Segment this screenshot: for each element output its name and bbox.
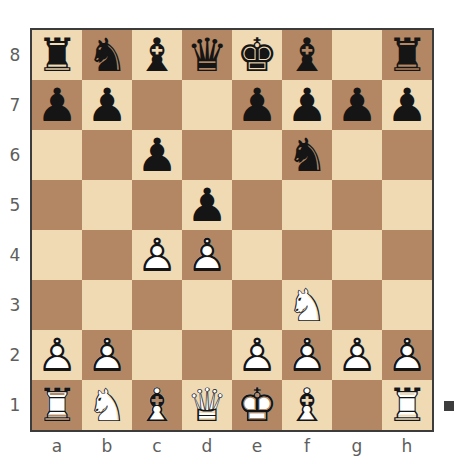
file-label-d: d: [182, 433, 232, 459]
square-c2[interactable]: [132, 330, 182, 380]
square-h5[interactable]: [382, 180, 432, 230]
square-a3[interactable]: [32, 280, 82, 330]
square-e7[interactable]: ♟: [232, 80, 282, 130]
file-label-h: h: [382, 433, 432, 459]
rank-label-5: 5: [0, 180, 30, 230]
piece-glyph: ♜: [32, 30, 82, 80]
file-labels: abcdefgh: [32, 433, 432, 459]
square-f5[interactable]: [282, 180, 332, 230]
piece-glyph-outline: ♙: [82, 330, 132, 380]
piece-black-knight[interactable]: ♞: [82, 30, 132, 80]
piece-glyph: ♟: [232, 80, 282, 130]
piece-black-bishop[interactable]: ♝: [282, 30, 332, 80]
chess-board-stage: 87654321 ♜♞♝♛♚♝♜♟♟♟♟♟♟♟♞♟♟♙♟♙♞♘♟♙♟♙♟♙♟♙♟…: [0, 0, 464, 464]
rank-label-1: 1: [0, 380, 30, 430]
square-b5[interactable]: [82, 180, 132, 230]
square-c4[interactable]: ♟♙: [132, 230, 182, 280]
piece-black-knight[interactable]: ♞: [282, 130, 332, 180]
square-h2[interactable]: ♟♙: [382, 330, 432, 380]
square-g4[interactable]: [332, 230, 382, 280]
rank-label-8: 8: [0, 30, 30, 80]
piece-black-pawn[interactable]: ♟: [82, 80, 132, 130]
file-label-a: a: [32, 433, 82, 459]
board-frame: ♜♞♝♛♚♝♜♟♟♟♟♟♟♟♞♟♟♙♟♙♞♘♟♙♟♙♟♙♟♙♟♙♟♙♜♖♞♘♝♗…: [30, 28, 434, 432]
piece-glyph-outline: ♙: [32, 330, 82, 380]
piece-glyph-outline: ♖: [32, 380, 82, 430]
piece-glyph-outline: ♙: [332, 330, 382, 380]
piece-glyph-fill: ♟: [82, 330, 132, 380]
square-f1[interactable]: ♝♗: [282, 380, 332, 430]
piece-black-pawn[interactable]: ♟: [382, 80, 432, 130]
move-indicator: [444, 401, 454, 411]
piece-glyph-fill: ♟: [182, 230, 232, 280]
piece-glyph-outline: ♙: [182, 230, 232, 280]
file-label-b: b: [82, 433, 132, 459]
piece-black-rook[interactable]: ♜: [32, 30, 82, 80]
rank-label-2: 2: [0, 330, 30, 380]
piece-white-pawn[interactable]: ♟♙: [82, 330, 132, 380]
piece-glyph: ♟: [82, 80, 132, 130]
piece-glyph-outline: ♗: [282, 380, 332, 430]
square-e6[interactable]: [232, 130, 282, 180]
square-g7[interactable]: ♟: [332, 80, 382, 130]
square-d1[interactable]: ♛♕: [182, 380, 232, 430]
piece-white-pawn[interactable]: ♟♙: [282, 330, 332, 380]
square-g2[interactable]: ♟♙: [332, 330, 382, 380]
square-b1[interactable]: ♞♘: [82, 380, 132, 430]
square-a5[interactable]: [32, 180, 82, 230]
piece-glyph-outline: ♙: [282, 330, 332, 380]
piece-glyph: ♜: [382, 30, 432, 80]
piece-black-pawn[interactable]: ♟: [232, 80, 282, 130]
piece-white-knight[interactable]: ♞♘: [282, 280, 332, 330]
piece-glyph-outline: ♙: [232, 330, 282, 380]
square-e1[interactable]: ♚♔: [232, 380, 282, 430]
square-f3[interactable]: ♞♘: [282, 280, 332, 330]
square-h3[interactable]: [382, 280, 432, 330]
piece-glyph: ♟: [382, 80, 432, 130]
piece-black-pawn[interactable]: ♟: [132, 130, 182, 180]
rank-labels: 87654321: [0, 30, 30, 430]
square-b7[interactable]: ♟: [82, 80, 132, 130]
piece-white-pawn[interactable]: ♟♙: [382, 330, 432, 380]
piece-black-pawn[interactable]: ♟: [182, 180, 232, 230]
piece-white-pawn[interactable]: ♟♙: [232, 330, 282, 380]
piece-glyph-fill: ♟: [382, 330, 432, 380]
piece-white-pawn[interactable]: ♟♙: [182, 230, 232, 280]
piece-white-knight[interactable]: ♞♘: [82, 380, 132, 430]
square-c6[interactable]: ♟: [132, 130, 182, 180]
square-b6[interactable]: [82, 130, 132, 180]
piece-glyph-fill: ♟: [332, 330, 382, 380]
piece-glyph: ♞: [82, 30, 132, 80]
square-e2[interactable]: ♟♙: [232, 330, 282, 380]
piece-glyph-fill: ♞: [82, 380, 132, 430]
piece-glyph: ♟: [332, 80, 382, 130]
square-h8[interactable]: ♜: [382, 30, 432, 80]
piece-glyph-fill: ♜: [32, 380, 82, 430]
piece-white-bishop[interactable]: ♝♗: [132, 380, 182, 430]
square-b4[interactable]: [82, 230, 132, 280]
piece-glyph-fill: ♟: [132, 230, 182, 280]
piece-glyph-fill: ♟: [282, 330, 332, 380]
square-d2[interactable]: [182, 330, 232, 380]
piece-glyph-fill: ♜: [382, 380, 432, 430]
piece-glyph-outline: ♘: [82, 380, 132, 430]
square-d3[interactable]: [182, 280, 232, 330]
piece-white-queen[interactable]: ♛♕: [182, 380, 232, 430]
piece-white-rook[interactable]: ♜♖: [382, 380, 432, 430]
square-d5[interactable]: ♟: [182, 180, 232, 230]
file-label-c: c: [132, 433, 182, 459]
piece-glyph-outline: ♗: [132, 380, 182, 430]
square-d8[interactable]: ♛: [182, 30, 232, 80]
piece-white-king[interactable]: ♚♔: [232, 380, 282, 430]
piece-glyph-fill: ♞: [282, 280, 332, 330]
piece-white-pawn[interactable]: ♟♙: [132, 230, 182, 280]
piece-glyph-outline: ♕: [182, 380, 232, 430]
piece-glyph-outline: ♘: [282, 280, 332, 330]
piece-glyph-fill: ♚: [232, 380, 282, 430]
square-e5[interactable]: [232, 180, 282, 230]
piece-glyph: ♟: [132, 130, 182, 180]
square-f8[interactable]: ♝: [282, 30, 332, 80]
piece-black-king[interactable]: ♚: [232, 30, 282, 80]
file-label-g: g: [332, 433, 382, 459]
square-e4[interactable]: [232, 230, 282, 280]
square-a2[interactable]: ♟♙: [32, 330, 82, 380]
piece-glyph-outline: ♙: [382, 330, 432, 380]
square-d4[interactable]: ♟♙: [182, 230, 232, 280]
piece-black-queen[interactable]: ♛: [182, 30, 232, 80]
piece-glyph-fill: ♟: [32, 330, 82, 380]
piece-glyph-outline: ♔: [232, 380, 282, 430]
piece-glyph: ♝: [132, 30, 182, 80]
square-d6[interactable]: [182, 130, 232, 180]
piece-white-pawn[interactable]: ♟♙: [32, 330, 82, 380]
square-h6[interactable]: [382, 130, 432, 180]
square-a1[interactable]: ♜♖: [32, 380, 82, 430]
piece-glyph: ♛: [182, 30, 232, 80]
square-e3[interactable]: [232, 280, 282, 330]
square-h1[interactable]: ♜♖: [382, 380, 432, 430]
rank-label-7: 7: [0, 80, 30, 130]
square-f4[interactable]: [282, 230, 332, 280]
square-g8[interactable]: [332, 30, 382, 80]
piece-glyph: ♞: [282, 130, 332, 180]
piece-white-pawn[interactable]: ♟♙: [332, 330, 382, 380]
piece-black-bishop[interactable]: ♝: [132, 30, 182, 80]
rank-label-3: 3: [0, 280, 30, 330]
file-label-e: e: [232, 433, 282, 459]
square-h7[interactable]: ♟: [382, 80, 432, 130]
square-a7[interactable]: ♟: [32, 80, 82, 130]
piece-glyph: ♝: [282, 30, 332, 80]
chess-board: ♜♞♝♛♚♝♜♟♟♟♟♟♟♟♞♟♟♙♟♙♞♘♟♙♟♙♟♙♟♙♟♙♟♙♜♖♞♘♝♗…: [32, 30, 432, 430]
square-f6[interactable]: ♞: [282, 130, 332, 180]
piece-glyph: ♟: [282, 80, 332, 130]
square-a6[interactable]: [32, 130, 82, 180]
piece-glyph-outline: ♖: [382, 380, 432, 430]
rank-label-4: 4: [0, 230, 30, 280]
piece-black-pawn[interactable]: ♟: [32, 80, 82, 130]
square-b8[interactable]: ♞: [82, 30, 132, 80]
square-c7[interactable]: [132, 80, 182, 130]
piece-black-rook[interactable]: ♜: [382, 30, 432, 80]
square-b2[interactable]: ♟♙: [82, 330, 132, 380]
piece-white-rook[interactable]: ♜♖: [32, 380, 82, 430]
piece-glyph: ♟: [182, 180, 232, 230]
square-b3[interactable]: [82, 280, 132, 330]
square-a8[interactable]: ♜: [32, 30, 82, 80]
piece-glyph-outline: ♙: [132, 230, 182, 280]
piece-black-pawn[interactable]: ♟: [282, 80, 332, 130]
piece-glyph: ♟: [32, 80, 82, 130]
square-c3[interactable]: [132, 280, 182, 330]
square-h4[interactable]: [382, 230, 432, 280]
square-c1[interactable]: ♝♗: [132, 380, 182, 430]
square-d7[interactable]: [182, 80, 232, 130]
square-f2[interactable]: ♟♙: [282, 330, 332, 380]
square-e8[interactable]: ♚: [232, 30, 282, 80]
square-c5[interactable]: [132, 180, 182, 230]
square-g1[interactable]: [332, 380, 382, 430]
rank-label-6: 6: [0, 130, 30, 180]
square-g3[interactable]: [332, 280, 382, 330]
piece-white-bishop[interactable]: ♝♗: [282, 380, 332, 430]
piece-glyph-fill: ♟: [232, 330, 282, 380]
square-g5[interactable]: [332, 180, 382, 230]
file-label-f: f: [282, 433, 332, 459]
piece-black-pawn[interactable]: ♟: [332, 80, 382, 130]
piece-glyph-fill: ♝: [282, 380, 332, 430]
piece-glyph-fill: ♛: [182, 380, 232, 430]
piece-glyph-fill: ♝: [132, 380, 182, 430]
piece-glyph: ♚: [232, 30, 282, 80]
square-f7[interactable]: ♟: [282, 80, 332, 130]
square-g6[interactable]: [332, 130, 382, 180]
square-c8[interactable]: ♝: [132, 30, 182, 80]
square-a4[interactable]: [32, 230, 82, 280]
